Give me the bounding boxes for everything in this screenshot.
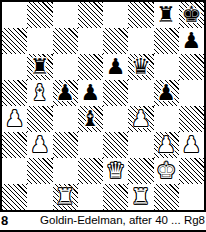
square-g4 bbox=[154, 106, 179, 132]
square-b4 bbox=[27, 106, 52, 132]
white-rook-f1: ♜ bbox=[131, 184, 151, 210]
square-h5 bbox=[179, 80, 204, 106]
white-pawn-a4: ♟ bbox=[5, 106, 25, 132]
black-pawn-d5: ♟ bbox=[81, 80, 101, 106]
white-bishop-b5: ♝ bbox=[30, 80, 50, 106]
black-queen-f6: ♛ bbox=[131, 54, 151, 80]
square-b6: ♜ bbox=[27, 54, 52, 80]
square-g2: ♚ bbox=[154, 158, 179, 184]
white-pawn-b3: ♟ bbox=[30, 132, 50, 158]
square-a7 bbox=[2, 28, 27, 54]
square-h7: ♟ bbox=[179, 28, 204, 54]
square-f7 bbox=[128, 28, 153, 54]
square-c6 bbox=[53, 54, 78, 80]
square-b5: ♝ bbox=[27, 80, 52, 106]
square-a6 bbox=[2, 54, 27, 80]
rank-label-8: 8 bbox=[1, 213, 8, 228]
square-f6: ♛ bbox=[128, 54, 153, 80]
square-d2 bbox=[78, 158, 103, 184]
chess-board: ♜♚♟♜♟♛♝♟♟♟♟♝♟♟♟♟♛♚♜♜ bbox=[2, 2, 204, 210]
square-b7 bbox=[27, 28, 52, 54]
square-e2: ♛ bbox=[103, 158, 128, 184]
square-e3 bbox=[103, 132, 128, 158]
square-f1: ♜ bbox=[128, 184, 153, 210]
square-d1 bbox=[78, 184, 103, 210]
white-king-g2: ♚ bbox=[156, 158, 176, 184]
caption-bar: 8 Goldin-Edelman, after 40 ... Rg8 bbox=[0, 212, 206, 232]
square-f3 bbox=[128, 132, 153, 158]
square-g1 bbox=[154, 184, 179, 210]
square-d5: ♟ bbox=[78, 80, 103, 106]
square-c5: ♟ bbox=[53, 80, 78, 106]
square-c2 bbox=[53, 158, 78, 184]
black-pawn-c5: ♟ bbox=[55, 80, 75, 106]
white-pawn-g3: ♟ bbox=[156, 132, 176, 158]
black-pawn-g5: ♟ bbox=[156, 80, 176, 106]
square-e6: ♟ bbox=[103, 54, 128, 80]
square-b2 bbox=[27, 158, 52, 184]
square-e1 bbox=[103, 184, 128, 210]
square-e7 bbox=[103, 28, 128, 54]
square-g7 bbox=[154, 28, 179, 54]
square-a4: ♟ bbox=[2, 106, 27, 132]
square-d4: ♝ bbox=[78, 106, 103, 132]
black-king-h8: ♚ bbox=[182, 2, 202, 28]
square-c7 bbox=[53, 28, 78, 54]
diagram-caption: Goldin-Edelman, after 40 ... Rg8 bbox=[40, 214, 205, 226]
square-a1 bbox=[2, 184, 27, 210]
square-a2 bbox=[2, 158, 27, 184]
board-frame: ♜♚♟♜♟♛♝♟♟♟♟♝♟♟♟♟♛♚♜♜ bbox=[0, 0, 206, 212]
square-h4 bbox=[179, 106, 204, 132]
black-rook-b6: ♜ bbox=[30, 54, 50, 80]
white-pawn-h3: ♟ bbox=[182, 132, 202, 158]
black-rook-g8: ♜ bbox=[156, 2, 176, 28]
square-h2 bbox=[179, 158, 204, 184]
white-pawn-f4: ♟ bbox=[131, 106, 151, 132]
square-f8 bbox=[128, 2, 153, 28]
square-a5 bbox=[2, 80, 27, 106]
square-h3: ♟ bbox=[179, 132, 204, 158]
square-a8 bbox=[2, 2, 27, 28]
square-f4: ♟ bbox=[128, 106, 153, 132]
chess-diagram: ♜♚♟♜♟♛♝♟♟♟♟♝♟♟♟♟♛♚♜♜ 8 Goldin-Edelman, a… bbox=[0, 0, 206, 232]
square-h8: ♚ bbox=[179, 2, 204, 28]
square-e4 bbox=[103, 106, 128, 132]
square-g3: ♟ bbox=[154, 132, 179, 158]
square-g5: ♟ bbox=[154, 80, 179, 106]
white-queen-e2: ♛ bbox=[106, 158, 126, 184]
black-pawn-h7: ♟ bbox=[182, 28, 202, 54]
square-b1 bbox=[27, 184, 52, 210]
square-h6 bbox=[179, 54, 204, 80]
square-g6 bbox=[154, 54, 179, 80]
square-c8 bbox=[53, 2, 78, 28]
square-h1 bbox=[179, 184, 204, 210]
square-e8 bbox=[103, 2, 128, 28]
square-f2 bbox=[128, 158, 153, 184]
square-d8 bbox=[78, 2, 103, 28]
square-d7 bbox=[78, 28, 103, 54]
square-b3: ♟ bbox=[27, 132, 52, 158]
square-g8: ♜ bbox=[154, 2, 179, 28]
white-rook-c1: ♜ bbox=[55, 184, 75, 210]
square-b8 bbox=[27, 2, 52, 28]
square-c4 bbox=[53, 106, 78, 132]
square-d6 bbox=[78, 54, 103, 80]
square-e5 bbox=[103, 80, 128, 106]
square-a3 bbox=[2, 132, 27, 158]
square-c1: ♜ bbox=[53, 184, 78, 210]
square-c3 bbox=[53, 132, 78, 158]
square-d3 bbox=[78, 132, 103, 158]
square-f5 bbox=[128, 80, 153, 106]
black-bishop-d4: ♝ bbox=[81, 106, 101, 132]
black-pawn-e6: ♟ bbox=[106, 54, 126, 80]
